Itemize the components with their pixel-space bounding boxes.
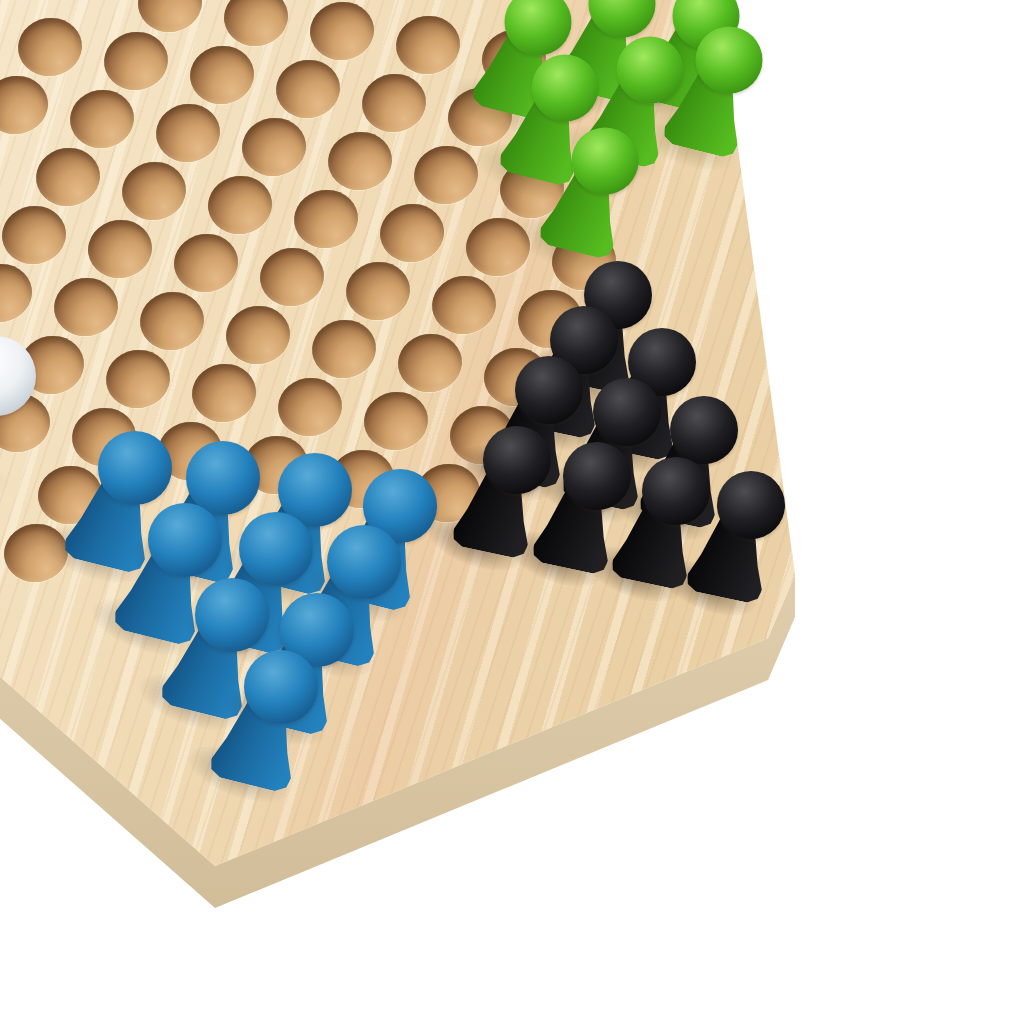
peg-head [642,457,710,525]
peg-head [617,37,684,104]
peg-head [593,378,661,446]
peg-head [483,426,551,494]
peg-head [563,442,631,510]
peg-head [186,441,260,515]
peg-head [696,27,763,94]
peg-head [327,525,401,599]
peg-head [717,471,785,539]
peg-head [195,578,269,652]
peg-head [532,55,599,122]
peg-head [670,396,738,464]
peg-head [239,512,313,586]
peg-head [572,128,639,195]
scene [0,0,1010,1010]
peg-head [515,356,583,424]
peg-head [98,431,172,505]
peg-head [148,503,222,577]
peg-head [244,650,318,724]
